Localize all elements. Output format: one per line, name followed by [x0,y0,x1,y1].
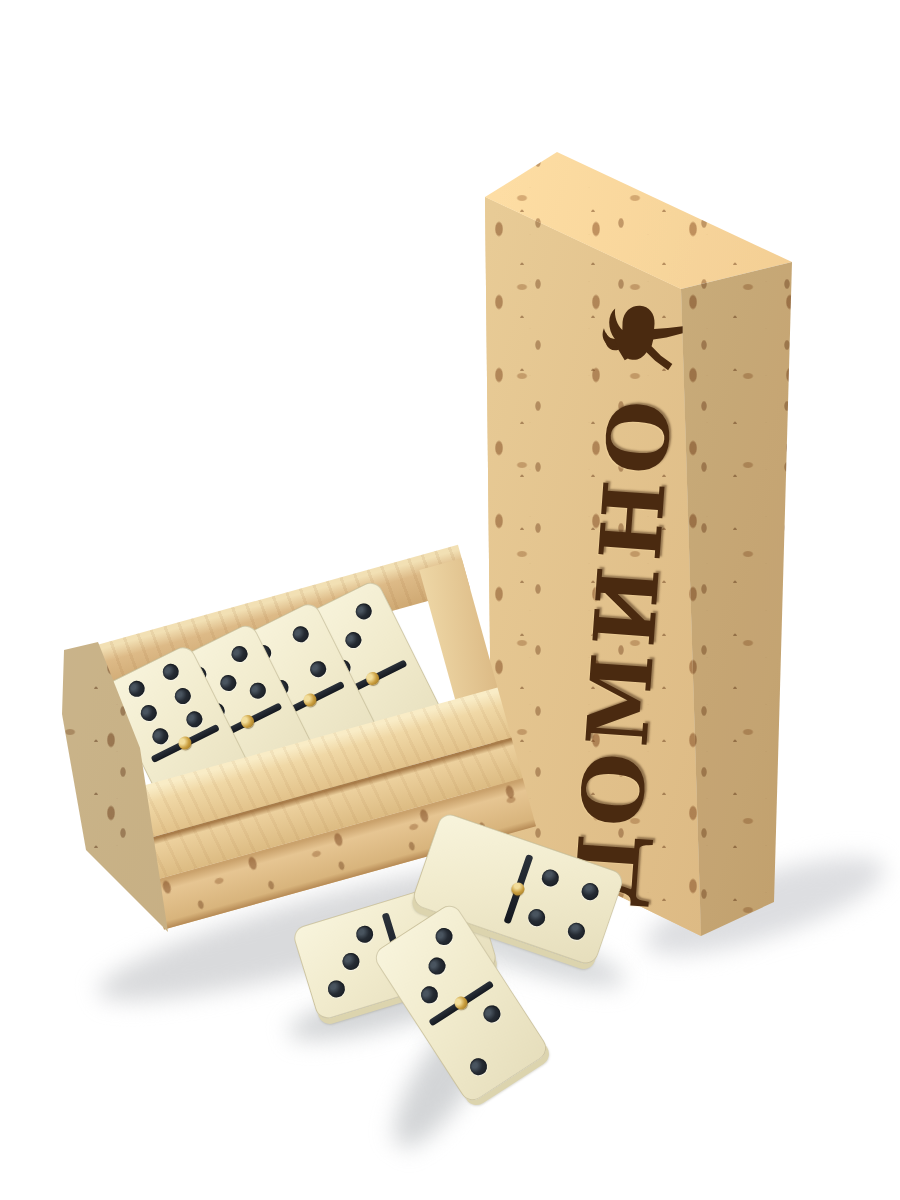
pip [307,658,328,679]
scene: ДОМИНО [0,0,900,1200]
pip [566,921,588,943]
pip [354,924,375,945]
pip [526,907,548,929]
lid-shadow [637,838,894,974]
goat-icon [591,273,702,388]
pip [340,951,361,972]
pip [353,601,374,622]
pip [467,1055,491,1079]
pip [228,643,249,664]
pip [160,662,181,683]
pip [326,978,347,999]
pip [432,925,456,949]
pip [342,629,363,650]
pip [425,954,449,978]
pip [480,1002,504,1026]
pip [247,680,268,701]
pip [138,702,159,723]
pip [539,867,561,889]
brand-lockup: ДОМИНО [541,271,715,919]
brand-text: ДОМИНО [564,391,684,910]
tray-end-wall [419,558,499,707]
pip [126,678,147,699]
pip [183,708,204,729]
pip [217,672,238,693]
pip [290,624,311,645]
pip [150,725,171,746]
pip [418,983,442,1007]
pip [579,881,601,903]
pip [172,685,193,706]
